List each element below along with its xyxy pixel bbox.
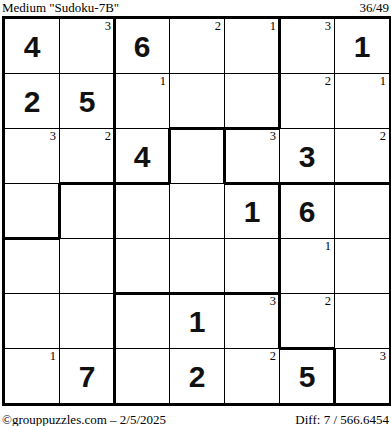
region-border (168, 128, 171, 184)
region-border (278, 238, 281, 294)
cell-pencil-mark: 1 (380, 74, 386, 89)
sudoku-cell[interactable] (60, 184, 114, 238)
cell-pencil-mark: 1 (325, 239, 331, 254)
sudoku-cell[interactable]: 6 (115, 19, 169, 73)
sudoku-cell[interactable]: 1 (170, 294, 224, 348)
sudoku-cell[interactable] (225, 74, 279, 128)
region-border (113, 348, 116, 404)
sudoku-cell[interactable]: 1 (335, 19, 389, 73)
region-border (224, 292, 280, 295)
region-border (334, 182, 390, 185)
cell-pencil-mark: 2 (105, 129, 111, 144)
cell-pencil-mark: 1 (270, 19, 276, 34)
header: Medium "Sudoku-7B" 36/49 (0, 0, 391, 16)
region-border (113, 18, 116, 74)
region-border (279, 347, 335, 350)
cell-given-digit: 1 (335, 19, 389, 73)
sudoku-cell[interactable] (5, 184, 59, 238)
sudoku-cell[interactable]: 4 (5, 19, 59, 73)
cell-pencil-mark: 1 (50, 349, 56, 364)
region-border (113, 128, 116, 184)
sudoku-cell[interactable]: 2 (5, 74, 59, 128)
region-border (169, 292, 225, 295)
sudoku-cell[interactable]: 1 (5, 349, 59, 403)
sudoku-cell[interactable]: 3 (225, 129, 279, 183)
cell-given-digit: 1 (170, 294, 224, 348)
sudoku-cell[interactable]: 2 (170, 349, 224, 403)
cell-given-digit: 1 (225, 184, 279, 238)
region-border (114, 292, 170, 295)
cell-pencil-mark: 2 (325, 74, 331, 89)
cell-given-digit: 5 (60, 74, 114, 128)
region-border (113, 293, 116, 349)
sudoku-cell[interactable] (115, 349, 169, 403)
cell-pencil-mark: 3 (380, 349, 386, 364)
cell-pencil-mark: 1 (160, 74, 166, 89)
sudoku-cell[interactable] (170, 129, 224, 183)
sudoku-cell[interactable]: 4 (115, 129, 169, 183)
sudoku-cell[interactable]: 2 (335, 129, 389, 183)
region-border (58, 183, 61, 239)
sudoku-cell[interactable] (335, 184, 389, 238)
cell-pencil-mark: 3 (325, 19, 331, 34)
sudoku-cell[interactable]: 3 (225, 294, 279, 348)
footer: ©grouppuzzles.com – 2/5/2025 Diff: 7 / 5… (0, 406, 391, 426)
sudoku-cell[interactable]: 2 (60, 129, 114, 183)
sudoku-cell[interactable] (170, 184, 224, 238)
region-border (278, 18, 281, 74)
cell-pencil-mark: 2 (325, 294, 331, 309)
cell-given-digit: 2 (170, 349, 224, 403)
cell-given-digit: 3 (280, 129, 334, 183)
sudoku-cell[interactable]: 5 (60, 74, 114, 128)
region-border (278, 293, 281, 349)
sudoku-cell[interactable] (170, 74, 224, 128)
cell-pencil-mark: 3 (270, 294, 276, 309)
sudoku-cell[interactable] (60, 294, 114, 348)
region-border (279, 182, 335, 185)
sudoku-cell[interactable]: 1 (280, 239, 334, 293)
sudoku-cell[interactable]: 1 (225, 184, 279, 238)
region-border (278, 183, 281, 239)
empty-cell-counter: 36/49 (359, 1, 389, 15)
sudoku-cell[interactable]: 6 (280, 184, 334, 238)
cell-given-digit: 6 (280, 184, 334, 238)
cell-pencil-mark: 3 (270, 129, 276, 144)
sudoku-cell[interactable]: 3 (335, 349, 389, 403)
sudoku-cell[interactable] (115, 184, 169, 238)
sudoku-cell[interactable]: 2 (280, 74, 334, 128)
sudoku-cell[interactable] (5, 239, 59, 293)
sudoku-cell[interactable]: 2 (170, 19, 224, 73)
sudoku-cell[interactable]: 2 (225, 349, 279, 403)
sudoku-cell[interactable]: 2 (280, 294, 334, 348)
puzzle-title: Medium "Sudoku-7B" (2, 1, 119, 15)
sudoku-cell[interactable]: 7 (60, 349, 114, 403)
region-border (114, 182, 170, 185)
sudoku-cell[interactable]: 3 (280, 19, 334, 73)
region-border (223, 128, 226, 184)
sudoku-cell[interactable] (335, 239, 389, 293)
cell-pencil-mark: 2 (215, 19, 221, 34)
region-border (224, 127, 280, 130)
sudoku-cell[interactable]: 5 (280, 349, 334, 403)
cell-given-digit: 4 (5, 19, 59, 73)
region-border (333, 348, 336, 404)
sudoku-cell[interactable]: 3 (280, 129, 334, 183)
sudoku-cell[interactable] (225, 239, 279, 293)
sudoku-cell[interactable] (170, 239, 224, 293)
cell-given-digit: 7 (60, 349, 114, 403)
cell-pencil-mark: 2 (270, 349, 276, 364)
cell-pencil-mark: 2 (380, 129, 386, 144)
cell-given-digit: 2 (5, 74, 59, 128)
sudoku-cell[interactable]: 3 (5, 129, 59, 183)
sudoku-cell[interactable]: 3 (60, 19, 114, 73)
region-border (113, 238, 116, 294)
region-border (113, 73, 116, 129)
board: 436213125121324332161132172253 (2, 16, 391, 406)
region-border (224, 182, 280, 185)
sudoku-cell[interactable] (115, 294, 169, 348)
copyright-text: ©grouppuzzles.com – 2/5/2025 (2, 413, 166, 426)
region-border (169, 127, 225, 130)
cell-pencil-mark: 3 (105, 19, 111, 34)
puzzle-page: Medium "Sudoku-7B" 36/49 436213125121324… (0, 0, 391, 426)
sudoku-cell[interactable] (5, 294, 59, 348)
region-border (59, 182, 115, 185)
cell-given-digit: 5 (280, 349, 334, 403)
region-border (113, 183, 116, 239)
region-border (278, 73, 281, 129)
cell-given-digit: 6 (115, 19, 169, 73)
sudoku-cell[interactable]: 1 (225, 19, 279, 73)
cell-pencil-mark: 3 (50, 129, 56, 144)
difficulty-text: Diff: 7 / 566.6454 (295, 413, 389, 426)
region-border (4, 237, 60, 240)
cell-given-digit: 4 (115, 129, 169, 183)
sudoku-cell[interactable]: 1 (115, 74, 169, 128)
sudoku-cell[interactable] (60, 239, 114, 293)
sudoku-cell[interactable]: 1 (335, 74, 389, 128)
sudoku-cell[interactable] (115, 239, 169, 293)
sudoku-cell[interactable] (335, 294, 389, 348)
